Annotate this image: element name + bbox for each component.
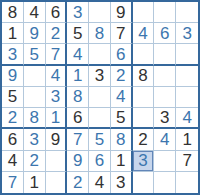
- cell-r9c8[interactable]: [154, 172, 176, 193]
- cell-r8c2[interactable]: 2: [24, 151, 46, 172]
- cell-r9c4[interactable]: 2: [67, 172, 89, 193]
- cell-r6c7[interactable]: [133, 108, 155, 129]
- cell-r1c7[interactable]: [133, 2, 155, 23]
- cell-r5c8[interactable]: [154, 87, 176, 108]
- cell-r8c9[interactable]: 7: [176, 151, 198, 172]
- cell-r7c7[interactable]: 2: [133, 129, 155, 150]
- cell-r3c6[interactable]: 6: [111, 44, 133, 65]
- cell-r9c1[interactable]: 7: [2, 172, 24, 193]
- cell-r1c6[interactable]: 9: [111, 2, 133, 23]
- cell-r2c2[interactable]: 9: [24, 23, 46, 44]
- cell-r7c3[interactable]: 9: [46, 129, 68, 150]
- cell-r8c4[interactable]: 9: [67, 151, 89, 172]
- cell-r3c9[interactable]: [176, 44, 198, 65]
- cell-r5c6[interactable]: 4: [111, 87, 133, 108]
- cell-r4c6[interactable]: 2: [111, 66, 133, 87]
- cell-r3c5[interactable]: [89, 44, 111, 65]
- cell-r7c1[interactable]: 6: [2, 129, 24, 150]
- cell-r8c6[interactable]: 1: [111, 151, 133, 172]
- cell-r1c8[interactable]: [154, 2, 176, 23]
- cell-r3c8[interactable]: [154, 44, 176, 65]
- cell-r1c9[interactable]: [176, 2, 198, 23]
- cell-r1c5[interactable]: [89, 2, 111, 23]
- cell-r2c1[interactable]: 1: [2, 23, 24, 44]
- cell-r8c5[interactable]: 6: [89, 151, 111, 172]
- cell-r4c4[interactable]: 1: [67, 66, 89, 87]
- cell-r2c6[interactable]: 7: [111, 23, 133, 44]
- cell-r8c8[interactable]: [154, 151, 176, 172]
- cell-r3c4[interactable]: 4: [67, 44, 89, 65]
- cell-r4c7[interactable]: 8: [133, 66, 155, 87]
- cell-r6c6[interactable]: 5: [111, 108, 133, 129]
- cell-r4c2[interactable]: [24, 66, 46, 87]
- cell-r4c1[interactable]: 9: [2, 66, 24, 87]
- cell-r6c9[interactable]: 4: [176, 108, 198, 129]
- sudoku-board: 8463919258746335746941328538428165346397…: [0, 0, 200, 195]
- cell-r4c5[interactable]: 3: [89, 66, 111, 87]
- cell-r2c8[interactable]: 6: [154, 23, 176, 44]
- cell-r1c1[interactable]: 8: [2, 2, 24, 23]
- cell-r7c2[interactable]: 3: [24, 129, 46, 150]
- cell-r4c3[interactable]: 4: [46, 66, 68, 87]
- cell-r6c4[interactable]: 6: [67, 108, 89, 129]
- cell-r1c3[interactable]: 6: [46, 2, 68, 23]
- cell-r7c8[interactable]: 4: [154, 129, 176, 150]
- cell-r2c5[interactable]: 8: [89, 23, 111, 44]
- cell-r5c4[interactable]: 8: [67, 87, 89, 108]
- cell-r5c5[interactable]: [89, 87, 111, 108]
- cell-r9c2[interactable]: 1: [24, 172, 46, 193]
- cell-r9c9[interactable]: [176, 172, 198, 193]
- cell-r6c5[interactable]: [89, 108, 111, 129]
- cell-r8c3[interactable]: [46, 151, 68, 172]
- cell-r6c2[interactable]: 8: [24, 108, 46, 129]
- cell-r6c8[interactable]: 3: [154, 108, 176, 129]
- cell-r6c3[interactable]: 1: [46, 108, 68, 129]
- selected-cell-r8c7[interactable]: 3: [133, 151, 155, 172]
- cell-r9c5[interactable]: 4: [89, 172, 111, 193]
- cell-r3c3[interactable]: 7: [46, 44, 68, 65]
- cell-r3c2[interactable]: 5: [24, 44, 46, 65]
- cell-r6c1[interactable]: 2: [2, 108, 24, 129]
- cell-r5c9[interactable]: [176, 87, 198, 108]
- cell-r7c6[interactable]: 8: [111, 129, 133, 150]
- cell-r5c3[interactable]: 3: [46, 87, 68, 108]
- cell-r2c7[interactable]: 4: [133, 23, 155, 44]
- cell-r5c1[interactable]: 5: [2, 87, 24, 108]
- cell-r3c7[interactable]: [133, 44, 155, 65]
- cell-r9c6[interactable]: 3: [111, 172, 133, 193]
- cell-r2c4[interactable]: 5: [67, 23, 89, 44]
- cell-r7c4[interactable]: 7: [67, 129, 89, 150]
- cell-r8c1[interactable]: 4: [2, 151, 24, 172]
- cell-r9c3[interactable]: [46, 172, 68, 193]
- cell-r3c1[interactable]: 3: [2, 44, 24, 65]
- cell-r5c2[interactable]: [24, 87, 46, 108]
- cell-r1c4[interactable]: 3: [67, 2, 89, 23]
- cell-r7c9[interactable]: 1: [176, 129, 198, 150]
- cell-r7c5[interactable]: 5: [89, 129, 111, 150]
- cell-r1c2[interactable]: 4: [24, 2, 46, 23]
- cell-r9c7[interactable]: [133, 172, 155, 193]
- cell-r2c3[interactable]: 2: [46, 23, 68, 44]
- cell-r4c9[interactable]: [176, 66, 198, 87]
- cell-r4c8[interactable]: [154, 66, 176, 87]
- cell-r5c7[interactable]: [133, 87, 155, 108]
- cell-r2c9[interactable]: 3: [176, 23, 198, 44]
